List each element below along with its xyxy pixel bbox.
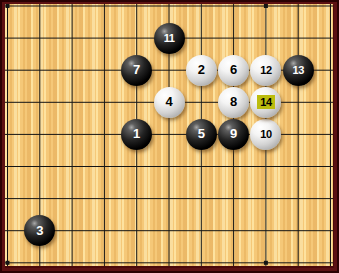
gomoku-board[interactable]: 1234567891011121314 (5, 4, 333, 266)
game-diagram: 1234567891011121314 (0, 0, 339, 273)
stone-11-black: 11 (154, 23, 185, 54)
stone-number: 12 (260, 63, 271, 77)
star-point (264, 261, 268, 265)
stone-number: 2 (198, 63, 205, 77)
stone-7-black: 7 (121, 55, 152, 86)
stone-13-black: 13 (283, 55, 314, 86)
stone-number: 9 (230, 127, 237, 141)
stone-number: 11 (164, 31, 175, 45)
stone-6-white: 6 (218, 55, 249, 86)
stone-5-black: 5 (186, 119, 217, 150)
last-move-number-highlight: 14 (257, 95, 275, 109)
stone-number: 13 (293, 63, 304, 77)
stone-number: 8 (230, 95, 237, 109)
star-point (264, 4, 268, 8)
stone-number: 3 (36, 224, 43, 238)
stone-8-white: 8 (218, 87, 249, 118)
stone-14-white: 14 (250, 87, 281, 118)
stone-2-white: 2 (186, 55, 217, 86)
star-point (6, 261, 10, 265)
stone-number: 6 (230, 63, 237, 77)
stone-number: 10 (260, 127, 271, 141)
stone-1-black: 1 (121, 119, 152, 150)
star-point (6, 4, 10, 8)
stone-number: 5 (198, 127, 205, 141)
stone-12-white: 12 (250, 55, 281, 86)
stone-number: 4 (165, 95, 172, 109)
stone-9-black: 9 (218, 119, 249, 150)
stone-number: 1 (133, 127, 140, 141)
stone-4-white: 4 (154, 87, 185, 118)
stone-number: 7 (133, 63, 140, 77)
